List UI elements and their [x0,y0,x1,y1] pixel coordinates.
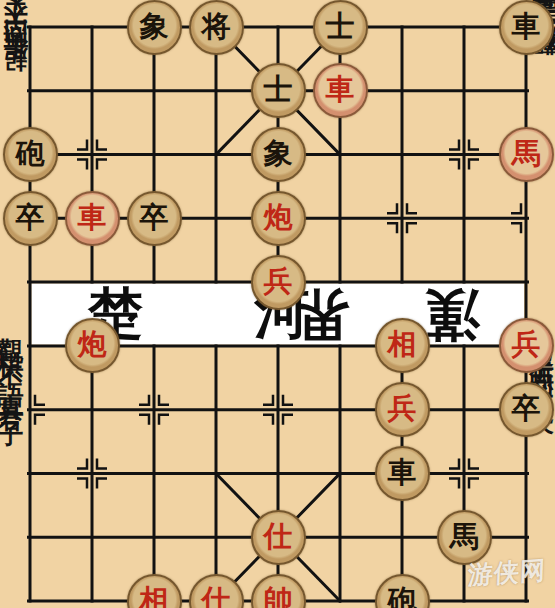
piece-red-soldier[interactable]: 兵 [251,255,306,310]
piece-glyph: 象 [264,139,293,168]
proverb-left-top: 起手無回大丈夫 [0,22,29,92]
piece-glyph: 砲 [16,139,45,168]
piece-glyph: 炮 [78,330,107,359]
piece-glyph: 車 [388,458,417,487]
piece-glyph: 帥 [264,586,293,608]
piece-red-soldier[interactable]: 兵 [499,318,554,373]
piece-black-advisor[interactable]: 士 [251,63,306,118]
piece-black-general[interactable]: 将 [189,0,244,55]
piece-glyph: 卒 [512,394,541,423]
piece-red-cannon[interactable]: 炮 [251,191,306,246]
piece-glyph: 炮 [264,203,293,232]
piece-red-cannon[interactable]: 炮 [65,318,120,373]
piece-red-horse[interactable]: 馬 [499,127,554,182]
piece-black-elephant[interactable]: 象 [251,127,306,182]
piece-glyph: 相 [388,330,417,359]
piece-glyph: 卒 [16,203,45,232]
piece-glyph: 砲 [388,586,417,608]
piece-glyph: 卒 [140,203,169,232]
piece-glyph: 車 [326,75,355,104]
piece-red-advisor[interactable]: 仕 [251,510,306,565]
piece-glyph: 相 [140,586,169,608]
piece-glyph: 士 [264,75,293,104]
piece-glyph: 仕 [264,522,293,551]
piece-black-soldier[interactable]: 卒 [127,191,182,246]
piece-red-chariot[interactable]: 車 [313,63,368,118]
piece-black-cannon[interactable]: 砲 [3,127,58,182]
piece-black-horse[interactable]: 馬 [437,510,492,565]
piece-glyph: 兵 [512,330,541,359]
piece-black-soldier[interactable]: 卒 [3,191,58,246]
piece-red-chariot[interactable]: 車 [65,191,120,246]
xiangqi-board: 楚 河 漢 界 起手無回大丈夫 觀棋不語真君子 觀棋不語真君子 起手無回大丈夫 … [0,0,555,608]
watermark: 游侠网 [468,553,547,592]
piece-glyph: 車 [512,12,541,41]
piece-glyph: 将 [202,12,231,41]
piece-black-advisor[interactable]: 士 [313,0,368,55]
piece-glyph: 仕 [202,586,231,608]
piece-glyph: 車 [78,203,107,232]
piece-glyph: 馬 [450,522,479,551]
piece-black-elephant[interactable]: 象 [127,0,182,55]
piece-black-chariot[interactable]: 車 [499,0,554,55]
piece-glyph: 兵 [264,267,293,296]
proverb-left-bottom: 觀棋不語真君子 [0,317,29,415]
piece-glyph: 士 [326,12,355,41]
piece-glyph: 馬 [512,139,541,168]
piece-red-soldier[interactable]: 兵 [375,382,430,437]
piece-glyph: 兵 [388,394,417,423]
piece-red-elephant[interactable]: 相 [375,318,430,373]
piece-black-soldier[interactable]: 卒 [499,382,554,437]
piece-glyph: 象 [140,12,169,41]
piece-black-chariot[interactable]: 車 [375,446,430,501]
